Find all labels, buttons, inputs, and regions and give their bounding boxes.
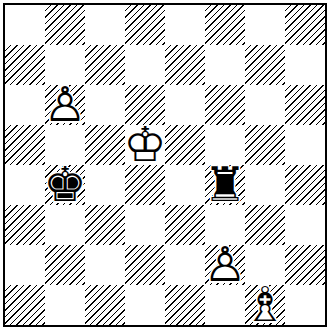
square-d8[interactable] [125,5,165,45]
square-g3[interactable] [245,205,285,245]
square-h1[interactable] [285,285,325,325]
square-e4[interactable] [165,165,205,205]
square-e6[interactable] [165,85,205,125]
square-e2[interactable] [165,245,205,285]
square-h3[interactable] [285,205,325,245]
square-a7[interactable] [5,45,45,85]
square-e1[interactable] [165,285,205,325]
chess-board-frame: ♟♙♚♔♚♚♜♜♟♙♝♗ [3,3,327,327]
square-d7[interactable] [125,45,165,85]
square-c6[interactable] [85,85,125,125]
square-h7[interactable] [285,45,325,85]
square-b1[interactable] [45,285,85,325]
square-g6[interactable] [245,85,285,125]
square-e7[interactable] [165,45,205,85]
square-e3[interactable] [165,205,205,245]
square-g1[interactable]: ♝♗ [245,285,285,325]
black-rook-f4[interactable]: ♜ [203,160,246,208]
square-c8[interactable] [85,5,125,45]
white-bishop-g1[interactable]: ♗ [243,280,286,328]
square-c7[interactable] [85,45,125,85]
square-a8[interactable] [5,5,45,45]
square-g8[interactable] [245,5,285,45]
square-a4[interactable] [5,165,45,205]
square-g4[interactable] [245,165,285,205]
square-g7[interactable] [245,45,285,85]
square-d2[interactable] [125,245,165,285]
square-g5[interactable] [245,125,285,165]
square-h2[interactable] [285,245,325,285]
square-f8[interactable] [205,5,245,45]
square-b8[interactable] [45,5,85,45]
square-a1[interactable] [5,285,45,325]
square-b6[interactable]: ♟♙ [45,85,85,125]
square-d3[interactable] [125,205,165,245]
square-f6[interactable] [205,85,245,125]
white-pawn-b6[interactable]: ♙ [43,80,86,128]
square-c3[interactable] [85,205,125,245]
square-c5[interactable] [85,125,125,165]
square-h8[interactable] [285,5,325,45]
square-b4[interactable]: ♚♚ [45,165,85,205]
square-h5[interactable] [285,125,325,165]
square-c1[interactable] [85,285,125,325]
square-d5[interactable]: ♚♔ [125,125,165,165]
black-king-b4[interactable]: ♚ [43,160,86,208]
square-a5[interactable] [5,125,45,165]
white-king-d5[interactable]: ♔ [123,120,166,168]
square-d1[interactable] [125,285,165,325]
white-pawn-f2[interactable]: ♙ [203,240,246,288]
square-f4[interactable]: ♜♜ [205,165,245,205]
chess-board: ♟♙♚♔♚♚♜♜♟♙♝♗ [5,5,325,325]
square-c4[interactable] [85,165,125,205]
square-e5[interactable] [165,125,205,165]
square-e8[interactable] [165,5,205,45]
square-h6[interactable] [285,85,325,125]
square-f2[interactable]: ♟♙ [205,245,245,285]
square-b2[interactable] [45,245,85,285]
square-h4[interactable] [285,165,325,205]
square-a6[interactable] [5,85,45,125]
square-f7[interactable] [205,45,245,85]
square-a3[interactable] [5,205,45,245]
square-a2[interactable] [5,245,45,285]
square-c2[interactable] [85,245,125,285]
